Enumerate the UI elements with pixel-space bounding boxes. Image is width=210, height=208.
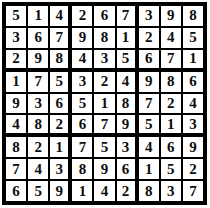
- cell-r2c2[interactable]: 6: [27, 27, 49, 49]
- cell-r8c9[interactable]: 2: [182, 158, 204, 180]
- cell-r5c3[interactable]: 6: [49, 93, 71, 115]
- cell-r9c9[interactable]: 7: [182, 180, 204, 202]
- cell-r1c1[interactable]: 5: [5, 5, 27, 27]
- cell-r6c8[interactable]: 1: [160, 114, 182, 136]
- cell-r4c9[interactable]: 6: [182, 71, 204, 93]
- sudoku-page: 5142673983679812452984356711753249869365…: [0, 0, 210, 208]
- cell-r7c4[interactable]: 7: [71, 136, 93, 158]
- cell-r9c8[interactable]: 3: [160, 180, 182, 202]
- cell-r6c6[interactable]: 9: [116, 114, 138, 136]
- cell-r4c6[interactable]: 4: [116, 71, 138, 93]
- cell-r9c3[interactable]: 9: [49, 180, 71, 202]
- cell-r3c9[interactable]: 1: [182, 49, 204, 71]
- cell-r8c4[interactable]: 8: [71, 158, 93, 180]
- cell-r3c7[interactable]: 6: [138, 49, 160, 71]
- cell-r5c7[interactable]: 7: [138, 93, 160, 115]
- cell-r8c5[interactable]: 9: [93, 158, 115, 180]
- cell-r4c8[interactable]: 8: [160, 71, 182, 93]
- cell-r2c7[interactable]: 2: [138, 27, 160, 49]
- cell-r2c4[interactable]: 9: [71, 27, 93, 49]
- cell-r6c9[interactable]: 3: [182, 114, 204, 136]
- cell-r7c3[interactable]: 1: [49, 136, 71, 158]
- cell-r5c8[interactable]: 2: [160, 93, 182, 115]
- cell-r8c2[interactable]: 4: [27, 158, 49, 180]
- cell-r1c2[interactable]: 1: [27, 5, 49, 27]
- cell-r1c5[interactable]: 6: [93, 5, 115, 27]
- cell-r6c2[interactable]: 8: [27, 114, 49, 136]
- cell-r2c8[interactable]: 4: [160, 27, 182, 49]
- cell-r9c7[interactable]: 8: [138, 180, 160, 202]
- cell-r7c5[interactable]: 5: [93, 136, 115, 158]
- cell-r5c4[interactable]: 5: [71, 93, 93, 115]
- cell-r5c9[interactable]: 4: [182, 93, 204, 115]
- cell-r5c1[interactable]: 9: [5, 93, 27, 115]
- cell-r3c8[interactable]: 7: [160, 49, 182, 71]
- cell-r4c7[interactable]: 9: [138, 71, 160, 93]
- cell-r3c1[interactable]: 2: [5, 49, 27, 71]
- cell-r9c2[interactable]: 5: [27, 180, 49, 202]
- cell-r8c1[interactable]: 7: [5, 158, 27, 180]
- cell-r4c4[interactable]: 3: [71, 71, 93, 93]
- cell-r5c6[interactable]: 8: [116, 93, 138, 115]
- cell-r9c6[interactable]: 2: [116, 180, 138, 202]
- cell-r4c5[interactable]: 2: [93, 71, 115, 93]
- cell-r3c3[interactable]: 8: [49, 49, 71, 71]
- cell-r7c2[interactable]: 2: [27, 136, 49, 158]
- cell-r3c4[interactable]: 4: [71, 49, 93, 71]
- cell-r1c9[interactable]: 8: [182, 5, 204, 27]
- cell-r8c7[interactable]: 1: [138, 158, 160, 180]
- cell-r7c7[interactable]: 4: [138, 136, 160, 158]
- cell-r2c3[interactable]: 7: [49, 27, 71, 49]
- cell-r9c4[interactable]: 1: [71, 180, 93, 202]
- cell-r3c2[interactable]: 9: [27, 49, 49, 71]
- cell-r8c8[interactable]: 5: [160, 158, 182, 180]
- cell-r6c7[interactable]: 5: [138, 114, 160, 136]
- cell-r6c4[interactable]: 6: [71, 114, 93, 136]
- cell-r2c6[interactable]: 1: [116, 27, 138, 49]
- cell-r8c3[interactable]: 3: [49, 158, 71, 180]
- cell-r1c8[interactable]: 9: [160, 5, 182, 27]
- cell-r9c5[interactable]: 4: [93, 180, 115, 202]
- cell-r7c9[interactable]: 9: [182, 136, 204, 158]
- cell-r5c5[interactable]: 1: [93, 93, 115, 115]
- cell-r6c3[interactable]: 2: [49, 114, 71, 136]
- cell-r6c5[interactable]: 7: [93, 114, 115, 136]
- sudoku-board: 5142673983679812452984356711753249869365…: [2, 2, 207, 205]
- cell-r1c7[interactable]: 3: [138, 5, 160, 27]
- cell-r1c3[interactable]: 4: [49, 5, 71, 27]
- cell-r4c1[interactable]: 1: [5, 71, 27, 93]
- cell-r7c6[interactable]: 3: [116, 136, 138, 158]
- cell-r4c2[interactable]: 7: [27, 71, 49, 93]
- cell-r2c9[interactable]: 5: [182, 27, 204, 49]
- cell-r2c1[interactable]: 3: [5, 27, 27, 49]
- cell-r8c6[interactable]: 6: [116, 158, 138, 180]
- cell-r9c1[interactable]: 6: [5, 180, 27, 202]
- cell-r7c1[interactable]: 8: [5, 136, 27, 158]
- cell-r2c5[interactable]: 8: [93, 27, 115, 49]
- cell-r6c1[interactable]: 4: [5, 114, 27, 136]
- cell-r3c5[interactable]: 3: [93, 49, 115, 71]
- cell-r5c2[interactable]: 3: [27, 93, 49, 115]
- cell-r4c3[interactable]: 5: [49, 71, 71, 93]
- cell-r7c8[interactable]: 6: [160, 136, 182, 158]
- cell-r1c4[interactable]: 2: [71, 5, 93, 27]
- cell-r1c6[interactable]: 7: [116, 5, 138, 27]
- cell-r3c6[interactable]: 5: [116, 49, 138, 71]
